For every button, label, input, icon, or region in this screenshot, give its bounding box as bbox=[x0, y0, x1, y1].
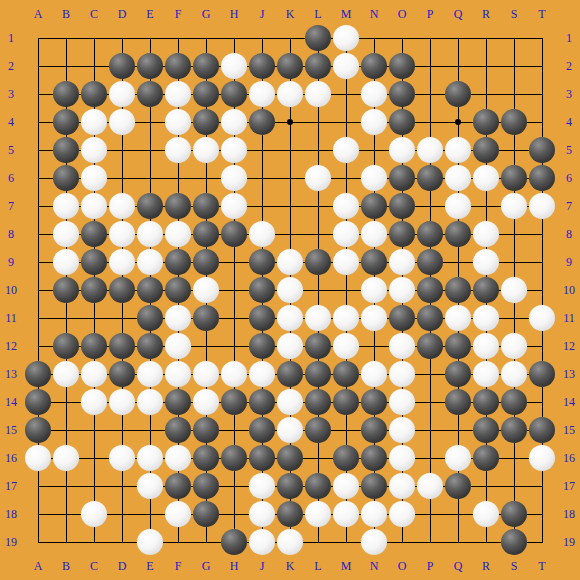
intersection-B4[interactable] bbox=[52, 108, 80, 136]
intersection-M6[interactable] bbox=[332, 164, 360, 192]
intersection-N8[interactable] bbox=[360, 220, 388, 248]
intersection-N7[interactable] bbox=[360, 192, 388, 220]
intersection-C19[interactable] bbox=[80, 528, 108, 556]
intersection-P3[interactable] bbox=[416, 80, 444, 108]
intersection-A18[interactable] bbox=[24, 500, 52, 528]
intersection-P17[interactable] bbox=[416, 472, 444, 500]
intersection-G2[interactable] bbox=[192, 52, 220, 80]
intersection-B2[interactable] bbox=[52, 52, 80, 80]
intersection-K5[interactable] bbox=[276, 136, 304, 164]
intersection-T6[interactable] bbox=[528, 164, 556, 192]
intersection-E19[interactable] bbox=[136, 528, 164, 556]
intersection-J19[interactable] bbox=[248, 528, 276, 556]
intersection-J2[interactable] bbox=[248, 52, 276, 80]
intersection-R13[interactable] bbox=[472, 360, 500, 388]
intersection-M5[interactable] bbox=[332, 136, 360, 164]
intersection-R3[interactable] bbox=[472, 80, 500, 108]
intersection-F16[interactable] bbox=[164, 444, 192, 472]
intersection-C11[interactable] bbox=[80, 304, 108, 332]
intersection-N18[interactable] bbox=[360, 500, 388, 528]
intersection-K9[interactable] bbox=[276, 248, 304, 276]
intersection-Q12[interactable] bbox=[444, 332, 472, 360]
intersection-F17[interactable] bbox=[164, 472, 192, 500]
intersection-P14[interactable] bbox=[416, 388, 444, 416]
intersection-O7[interactable] bbox=[388, 192, 416, 220]
intersection-P7[interactable] bbox=[416, 192, 444, 220]
intersection-T16[interactable] bbox=[528, 444, 556, 472]
intersection-M4[interactable] bbox=[332, 108, 360, 136]
intersection-A13[interactable] bbox=[24, 360, 52, 388]
intersection-J1[interactable] bbox=[248, 24, 276, 52]
intersection-A10[interactable] bbox=[24, 276, 52, 304]
intersection-T5[interactable] bbox=[528, 136, 556, 164]
intersection-K6[interactable] bbox=[276, 164, 304, 192]
intersection-E14[interactable] bbox=[136, 388, 164, 416]
intersection-Q17[interactable] bbox=[444, 472, 472, 500]
intersection-K17[interactable] bbox=[276, 472, 304, 500]
intersection-A8[interactable] bbox=[24, 220, 52, 248]
intersection-C8[interactable] bbox=[80, 220, 108, 248]
intersection-T14[interactable] bbox=[528, 388, 556, 416]
intersection-Q3[interactable] bbox=[444, 80, 472, 108]
intersection-O10[interactable] bbox=[388, 276, 416, 304]
intersection-J13[interactable] bbox=[248, 360, 276, 388]
intersection-K11[interactable] bbox=[276, 304, 304, 332]
intersection-A19[interactable] bbox=[24, 528, 52, 556]
intersection-F15[interactable] bbox=[164, 416, 192, 444]
intersection-N16[interactable] bbox=[360, 444, 388, 472]
intersection-D7[interactable] bbox=[108, 192, 136, 220]
intersection-B19[interactable] bbox=[52, 528, 80, 556]
intersection-K18[interactable] bbox=[276, 500, 304, 528]
intersection-B1[interactable] bbox=[52, 24, 80, 52]
intersection-Q18[interactable] bbox=[444, 500, 472, 528]
intersection-P12[interactable] bbox=[416, 332, 444, 360]
intersection-S12[interactable] bbox=[500, 332, 528, 360]
intersection-F1[interactable] bbox=[164, 24, 192, 52]
intersection-G7[interactable] bbox=[192, 192, 220, 220]
intersection-E8[interactable] bbox=[136, 220, 164, 248]
intersection-H8[interactable] bbox=[220, 220, 248, 248]
intersection-L5[interactable] bbox=[304, 136, 332, 164]
intersection-M17[interactable] bbox=[332, 472, 360, 500]
intersection-L6[interactable] bbox=[304, 164, 332, 192]
intersection-F12[interactable] bbox=[164, 332, 192, 360]
intersection-A1[interactable] bbox=[24, 24, 52, 52]
intersection-D3[interactable] bbox=[108, 80, 136, 108]
intersection-C16[interactable] bbox=[80, 444, 108, 472]
intersection-D19[interactable] bbox=[108, 528, 136, 556]
intersection-C9[interactable] bbox=[80, 248, 108, 276]
intersection-H5[interactable] bbox=[220, 136, 248, 164]
intersection-O14[interactable] bbox=[388, 388, 416, 416]
intersection-B7[interactable] bbox=[52, 192, 80, 220]
intersection-D10[interactable] bbox=[108, 276, 136, 304]
intersection-M14[interactable] bbox=[332, 388, 360, 416]
intersection-A4[interactable] bbox=[24, 108, 52, 136]
intersection-N2[interactable] bbox=[360, 52, 388, 80]
intersection-N5[interactable] bbox=[360, 136, 388, 164]
intersection-H9[interactable] bbox=[220, 248, 248, 276]
intersection-T2[interactable] bbox=[528, 52, 556, 80]
intersection-L2[interactable] bbox=[304, 52, 332, 80]
intersection-N6[interactable] bbox=[360, 164, 388, 192]
intersection-K4[interactable] bbox=[276, 108, 304, 136]
intersection-B3[interactable] bbox=[52, 80, 80, 108]
intersection-M19[interactable] bbox=[332, 528, 360, 556]
intersection-Q2[interactable] bbox=[444, 52, 472, 80]
intersection-E16[interactable] bbox=[136, 444, 164, 472]
intersection-N14[interactable] bbox=[360, 388, 388, 416]
intersection-F13[interactable] bbox=[164, 360, 192, 388]
intersection-R9[interactable] bbox=[472, 248, 500, 276]
intersection-P6[interactable] bbox=[416, 164, 444, 192]
intersection-P13[interactable] bbox=[416, 360, 444, 388]
intersection-R7[interactable] bbox=[472, 192, 500, 220]
intersection-G9[interactable] bbox=[192, 248, 220, 276]
intersection-E18[interactable] bbox=[136, 500, 164, 528]
intersection-T9[interactable] bbox=[528, 248, 556, 276]
intersection-Q1[interactable] bbox=[444, 24, 472, 52]
intersection-F9[interactable] bbox=[164, 248, 192, 276]
intersection-D16[interactable] bbox=[108, 444, 136, 472]
intersection-M16[interactable] bbox=[332, 444, 360, 472]
intersection-D18[interactable] bbox=[108, 500, 136, 528]
intersection-D5[interactable] bbox=[108, 136, 136, 164]
intersection-T10[interactable] bbox=[528, 276, 556, 304]
intersection-S8[interactable] bbox=[500, 220, 528, 248]
intersection-T8[interactable] bbox=[528, 220, 556, 248]
intersection-R10[interactable] bbox=[472, 276, 500, 304]
intersection-N15[interactable] bbox=[360, 416, 388, 444]
intersection-L1[interactable] bbox=[304, 24, 332, 52]
intersection-C5[interactable] bbox=[80, 136, 108, 164]
intersection-P10[interactable] bbox=[416, 276, 444, 304]
intersection-K19[interactable] bbox=[276, 528, 304, 556]
intersection-J12[interactable] bbox=[248, 332, 276, 360]
intersection-N13[interactable] bbox=[360, 360, 388, 388]
intersection-O6[interactable] bbox=[388, 164, 416, 192]
intersection-L4[interactable] bbox=[304, 108, 332, 136]
intersection-O3[interactable] bbox=[388, 80, 416, 108]
intersection-T18[interactable] bbox=[528, 500, 556, 528]
intersection-S6[interactable] bbox=[500, 164, 528, 192]
intersection-T3[interactable] bbox=[528, 80, 556, 108]
intersection-J8[interactable] bbox=[248, 220, 276, 248]
intersection-D17[interactable] bbox=[108, 472, 136, 500]
intersection-G19[interactable] bbox=[192, 528, 220, 556]
intersection-Q4[interactable] bbox=[444, 108, 472, 136]
intersection-K3[interactable] bbox=[276, 80, 304, 108]
intersection-A16[interactable] bbox=[24, 444, 52, 472]
intersection-N10[interactable] bbox=[360, 276, 388, 304]
intersection-K14[interactable] bbox=[276, 388, 304, 416]
intersection-T4[interactable] bbox=[528, 108, 556, 136]
intersection-A11[interactable] bbox=[24, 304, 52, 332]
intersection-B15[interactable] bbox=[52, 416, 80, 444]
intersection-K12[interactable] bbox=[276, 332, 304, 360]
intersection-F6[interactable] bbox=[164, 164, 192, 192]
intersection-G16[interactable] bbox=[192, 444, 220, 472]
intersection-G4[interactable] bbox=[192, 108, 220, 136]
intersection-P4[interactable] bbox=[416, 108, 444, 136]
intersection-H16[interactable] bbox=[220, 444, 248, 472]
intersection-D4[interactable] bbox=[108, 108, 136, 136]
intersection-C17[interactable] bbox=[80, 472, 108, 500]
intersection-D11[interactable] bbox=[108, 304, 136, 332]
intersection-H4[interactable] bbox=[220, 108, 248, 136]
intersection-L19[interactable] bbox=[304, 528, 332, 556]
intersection-G8[interactable] bbox=[192, 220, 220, 248]
intersection-N3[interactable] bbox=[360, 80, 388, 108]
intersection-F8[interactable] bbox=[164, 220, 192, 248]
intersection-Q19[interactable] bbox=[444, 528, 472, 556]
intersection-O12[interactable] bbox=[388, 332, 416, 360]
intersection-G12[interactable] bbox=[192, 332, 220, 360]
intersection-F2[interactable] bbox=[164, 52, 192, 80]
intersection-L7[interactable] bbox=[304, 192, 332, 220]
intersection-S5[interactable] bbox=[500, 136, 528, 164]
intersection-B18[interactable] bbox=[52, 500, 80, 528]
intersection-S17[interactable] bbox=[500, 472, 528, 500]
intersection-A9[interactable] bbox=[24, 248, 52, 276]
intersection-J5[interactable] bbox=[248, 136, 276, 164]
intersection-E12[interactable] bbox=[136, 332, 164, 360]
intersection-G13[interactable] bbox=[192, 360, 220, 388]
intersection-S7[interactable] bbox=[500, 192, 528, 220]
intersection-Q10[interactable] bbox=[444, 276, 472, 304]
intersection-S10[interactable] bbox=[500, 276, 528, 304]
intersection-A2[interactable] bbox=[24, 52, 52, 80]
intersection-D6[interactable] bbox=[108, 164, 136, 192]
intersection-M8[interactable] bbox=[332, 220, 360, 248]
intersection-L3[interactable] bbox=[304, 80, 332, 108]
intersection-R12[interactable] bbox=[472, 332, 500, 360]
intersection-R11[interactable] bbox=[472, 304, 500, 332]
intersection-G14[interactable] bbox=[192, 388, 220, 416]
intersection-N1[interactable] bbox=[360, 24, 388, 52]
intersection-K8[interactable] bbox=[276, 220, 304, 248]
intersection-L16[interactable] bbox=[304, 444, 332, 472]
intersection-G18[interactable] bbox=[192, 500, 220, 528]
intersection-H19[interactable] bbox=[220, 528, 248, 556]
intersection-E5[interactable] bbox=[136, 136, 164, 164]
intersection-T19[interactable] bbox=[528, 528, 556, 556]
intersection-G5[interactable] bbox=[192, 136, 220, 164]
intersection-E10[interactable] bbox=[136, 276, 164, 304]
intersection-J11[interactable] bbox=[248, 304, 276, 332]
intersection-F3[interactable] bbox=[164, 80, 192, 108]
intersection-C4[interactable] bbox=[80, 108, 108, 136]
intersection-L13[interactable] bbox=[304, 360, 332, 388]
intersection-T1[interactable] bbox=[528, 24, 556, 52]
intersection-P18[interactable] bbox=[416, 500, 444, 528]
intersection-J6[interactable] bbox=[248, 164, 276, 192]
intersection-A15[interactable] bbox=[24, 416, 52, 444]
intersection-D9[interactable] bbox=[108, 248, 136, 276]
intersection-M3[interactable] bbox=[332, 80, 360, 108]
intersection-S1[interactable] bbox=[500, 24, 528, 52]
intersection-P11[interactable] bbox=[416, 304, 444, 332]
intersection-Q14[interactable] bbox=[444, 388, 472, 416]
intersection-S14[interactable] bbox=[500, 388, 528, 416]
intersection-F18[interactable] bbox=[164, 500, 192, 528]
intersection-T17[interactable] bbox=[528, 472, 556, 500]
intersection-P9[interactable] bbox=[416, 248, 444, 276]
intersection-O19[interactable] bbox=[388, 528, 416, 556]
intersection-N11[interactable] bbox=[360, 304, 388, 332]
intersection-K7[interactable] bbox=[276, 192, 304, 220]
intersection-K2[interactable] bbox=[276, 52, 304, 80]
intersection-O9[interactable] bbox=[388, 248, 416, 276]
intersection-B11[interactable] bbox=[52, 304, 80, 332]
intersection-T13[interactable] bbox=[528, 360, 556, 388]
intersection-N12[interactable] bbox=[360, 332, 388, 360]
intersection-B14[interactable] bbox=[52, 388, 80, 416]
intersection-B6[interactable] bbox=[52, 164, 80, 192]
intersection-H3[interactable] bbox=[220, 80, 248, 108]
intersection-H17[interactable] bbox=[220, 472, 248, 500]
intersection-J4[interactable] bbox=[248, 108, 276, 136]
intersection-Q15[interactable] bbox=[444, 416, 472, 444]
intersection-L12[interactable] bbox=[304, 332, 332, 360]
intersection-F14[interactable] bbox=[164, 388, 192, 416]
intersection-Q8[interactable] bbox=[444, 220, 472, 248]
intersection-R4[interactable] bbox=[472, 108, 500, 136]
intersection-A6[interactable] bbox=[24, 164, 52, 192]
intersection-M15[interactable] bbox=[332, 416, 360, 444]
intersection-P19[interactable] bbox=[416, 528, 444, 556]
intersection-S16[interactable] bbox=[500, 444, 528, 472]
intersection-O17[interactable] bbox=[388, 472, 416, 500]
intersection-M18[interactable] bbox=[332, 500, 360, 528]
intersection-R17[interactable] bbox=[472, 472, 500, 500]
intersection-D1[interactable] bbox=[108, 24, 136, 52]
intersection-C1[interactable] bbox=[80, 24, 108, 52]
intersection-C6[interactable] bbox=[80, 164, 108, 192]
intersection-E17[interactable] bbox=[136, 472, 164, 500]
intersection-G3[interactable] bbox=[192, 80, 220, 108]
intersection-E9[interactable] bbox=[136, 248, 164, 276]
intersection-Q7[interactable] bbox=[444, 192, 472, 220]
intersection-R14[interactable] bbox=[472, 388, 500, 416]
intersection-B10[interactable] bbox=[52, 276, 80, 304]
intersection-Q5[interactable] bbox=[444, 136, 472, 164]
intersection-E11[interactable] bbox=[136, 304, 164, 332]
intersection-R19[interactable] bbox=[472, 528, 500, 556]
intersection-N9[interactable] bbox=[360, 248, 388, 276]
intersection-B16[interactable] bbox=[52, 444, 80, 472]
intersection-L14[interactable] bbox=[304, 388, 332, 416]
intersection-E4[interactable] bbox=[136, 108, 164, 136]
intersection-L8[interactable] bbox=[304, 220, 332, 248]
intersection-J15[interactable] bbox=[248, 416, 276, 444]
intersection-T12[interactable] bbox=[528, 332, 556, 360]
intersection-R5[interactable] bbox=[472, 136, 500, 164]
intersection-A3[interactable] bbox=[24, 80, 52, 108]
intersection-B9[interactable] bbox=[52, 248, 80, 276]
intersection-O16[interactable] bbox=[388, 444, 416, 472]
intersection-S19[interactable] bbox=[500, 528, 528, 556]
intersection-Q9[interactable] bbox=[444, 248, 472, 276]
intersection-T11[interactable] bbox=[528, 304, 556, 332]
intersection-F19[interactable] bbox=[164, 528, 192, 556]
intersection-D15[interactable] bbox=[108, 416, 136, 444]
intersection-A17[interactable] bbox=[24, 472, 52, 500]
intersection-O8[interactable] bbox=[388, 220, 416, 248]
intersection-R1[interactable] bbox=[472, 24, 500, 52]
intersection-K1[interactable] bbox=[276, 24, 304, 52]
intersection-T7[interactable] bbox=[528, 192, 556, 220]
intersection-O4[interactable] bbox=[388, 108, 416, 136]
intersection-R2[interactable] bbox=[472, 52, 500, 80]
intersection-T15[interactable] bbox=[528, 416, 556, 444]
intersection-B12[interactable] bbox=[52, 332, 80, 360]
intersection-A12[interactable] bbox=[24, 332, 52, 360]
intersection-S4[interactable] bbox=[500, 108, 528, 136]
intersection-Q6[interactable] bbox=[444, 164, 472, 192]
intersection-J7[interactable] bbox=[248, 192, 276, 220]
intersection-M13[interactable] bbox=[332, 360, 360, 388]
intersection-H11[interactable] bbox=[220, 304, 248, 332]
intersection-J16[interactable] bbox=[248, 444, 276, 472]
intersection-O15[interactable] bbox=[388, 416, 416, 444]
intersection-G11[interactable] bbox=[192, 304, 220, 332]
intersection-J18[interactable] bbox=[248, 500, 276, 528]
intersection-L11[interactable] bbox=[304, 304, 332, 332]
intersection-J17[interactable] bbox=[248, 472, 276, 500]
intersection-H2[interactable] bbox=[220, 52, 248, 80]
intersection-J14[interactable] bbox=[248, 388, 276, 416]
intersection-H12[interactable] bbox=[220, 332, 248, 360]
intersection-J10[interactable] bbox=[248, 276, 276, 304]
intersection-B8[interactable] bbox=[52, 220, 80, 248]
intersection-F7[interactable] bbox=[164, 192, 192, 220]
intersection-K16[interactable] bbox=[276, 444, 304, 472]
intersection-H18[interactable] bbox=[220, 500, 248, 528]
intersection-E3[interactable] bbox=[136, 80, 164, 108]
intersection-P1[interactable] bbox=[416, 24, 444, 52]
intersection-O5[interactable] bbox=[388, 136, 416, 164]
intersection-R18[interactable] bbox=[472, 500, 500, 528]
intersection-O18[interactable] bbox=[388, 500, 416, 528]
intersection-K13[interactable] bbox=[276, 360, 304, 388]
intersection-G17[interactable] bbox=[192, 472, 220, 500]
intersection-B5[interactable] bbox=[52, 136, 80, 164]
intersection-H1[interactable] bbox=[220, 24, 248, 52]
intersection-K15[interactable] bbox=[276, 416, 304, 444]
intersection-E6[interactable] bbox=[136, 164, 164, 192]
intersection-B17[interactable] bbox=[52, 472, 80, 500]
intersection-S2[interactable] bbox=[500, 52, 528, 80]
intersection-R6[interactable] bbox=[472, 164, 500, 192]
intersection-B13[interactable] bbox=[52, 360, 80, 388]
intersection-P5[interactable] bbox=[416, 136, 444, 164]
intersection-A7[interactable] bbox=[24, 192, 52, 220]
intersection-C2[interactable] bbox=[80, 52, 108, 80]
intersection-G10[interactable] bbox=[192, 276, 220, 304]
intersection-M7[interactable] bbox=[332, 192, 360, 220]
intersection-P15[interactable] bbox=[416, 416, 444, 444]
intersection-H15[interactable] bbox=[220, 416, 248, 444]
intersection-S11[interactable] bbox=[500, 304, 528, 332]
intersection-M2[interactable] bbox=[332, 52, 360, 80]
intersection-N19[interactable] bbox=[360, 528, 388, 556]
intersection-C12[interactable] bbox=[80, 332, 108, 360]
intersection-E1[interactable] bbox=[136, 24, 164, 52]
intersection-D2[interactable] bbox=[108, 52, 136, 80]
intersection-D14[interactable] bbox=[108, 388, 136, 416]
